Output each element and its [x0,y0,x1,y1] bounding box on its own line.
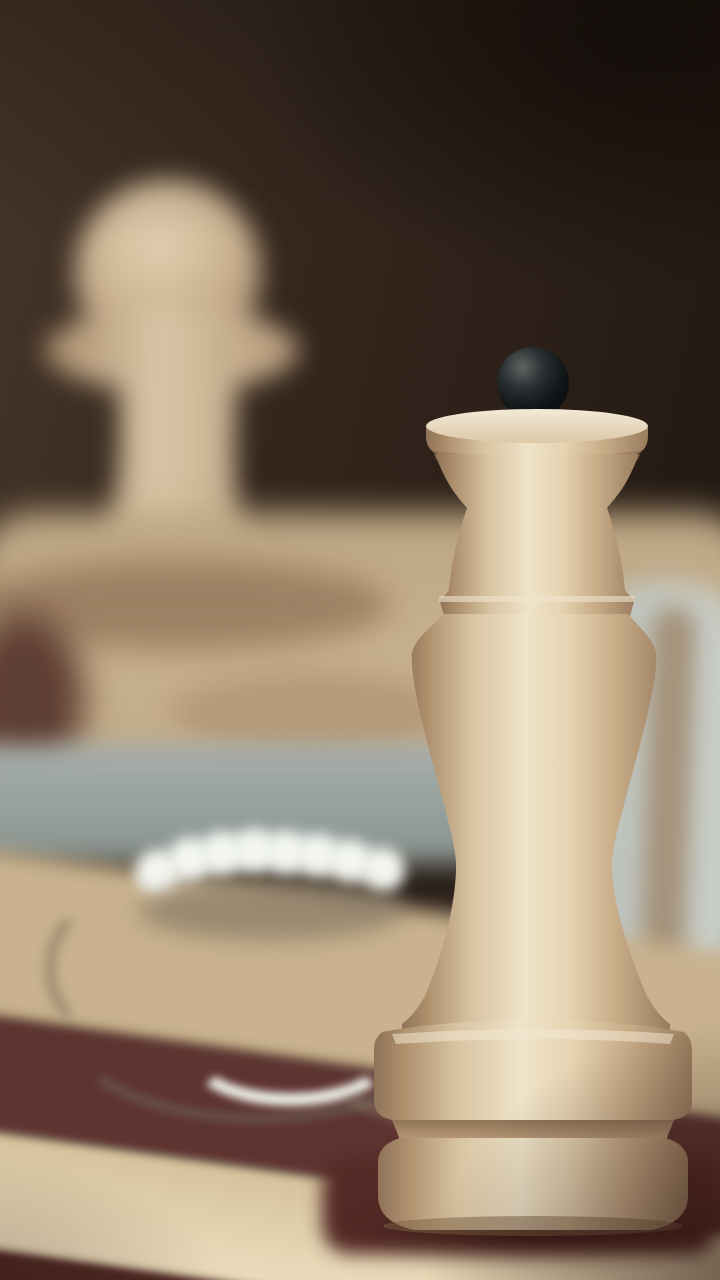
queen-body [402,614,670,1030]
queen-finial-ball [497,347,569,419]
queen-collar-highlight [439,596,635,602]
vignette-bottom-left [0,1150,240,1280]
photo: Close-up photograph of wooden chess piec… [0,0,720,1280]
queen-crown-cup [435,454,639,600]
vignette-top [0,0,720,240]
pawn-collar [45,308,299,392]
vignette-bottom-right [380,980,720,1280]
queen-crown-disc-top [426,409,648,443]
